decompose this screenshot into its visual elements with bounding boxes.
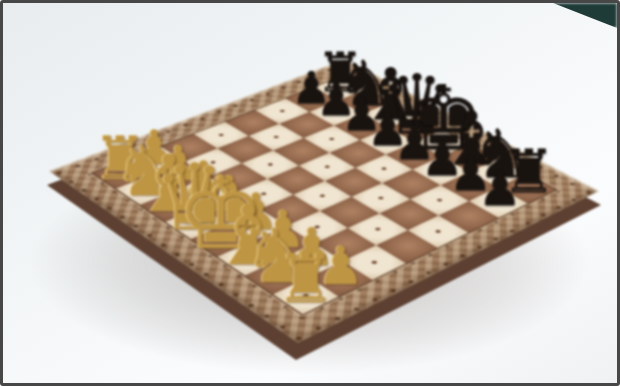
chess-scene: ♜♞♝♛♚♝♞♜♟♟♟♟♟♟♟♟♟♟♟♟♟♟♟♟♜♞♝♛♚♝♞♜ <box>3 3 617 383</box>
piece-black-pawn-h7: ♟ <box>478 165 522 214</box>
pieces-layer: ♜♞♝♛♚♝♞♜♟♟♟♟♟♟♟♟♟♟♟♟♟♟♟♟♜♞♝♛♚♝♞♜ <box>3 3 617 383</box>
chessboard-photo: ♜♞♝♛♚♝♞♜♟♟♟♟♟♟♟♟♟♟♟♟♟♟♟♟♜♞♝♛♚♝♞♜ <box>0 0 620 386</box>
piece-white-rook-h1: ♜ <box>276 245 336 312</box>
